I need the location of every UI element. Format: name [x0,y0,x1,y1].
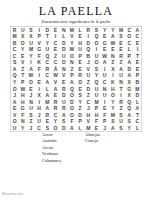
word-list-right: AlmejasConejo [85,131,100,144]
worksheet-page: LA PAELLA Encuentra siete ingredientes d… [0,0,152,200]
word-list-item: Conejo [85,138,100,145]
word-search-grid: RUSIDENMLRSYYMCAMXXPTILVEIQEASOCBOUVYCDY… [10,26,142,132]
grid-cell: A [109,125,117,132]
page-title: LA PAELLA [0,5,152,19]
grid-cell: Y [19,125,27,132]
word-list-item: Calamares [42,157,61,164]
grid-cell: U [11,125,19,132]
page-subtitle: Encuentra siete ingredientes de la paell… [0,19,152,24]
grid-cell: L [133,125,141,132]
footer-credit: Educima.com [2,192,23,196]
grid-cell: A [68,125,76,132]
grid-cell: L [76,125,84,132]
grid-cell: J [27,125,35,132]
word-search-sheet: LA PAELLA Encuentra siete ingredientes d… [0,0,152,200]
grid-cell: J [101,125,109,132]
grid-cell: Y [125,125,133,132]
grid-cell: S [117,125,125,132]
word-list-left: ArrozAzafránAceiteVerdurasCalamares [42,131,61,164]
